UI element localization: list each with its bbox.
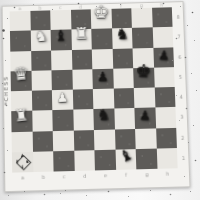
piece-white-queen[interactable]: ♛: [10, 63, 33, 85]
chess-board: ♚♞♝♜♞♟♛♟♚♟♜♞♟♟♞♝♜♝: [10, 7, 178, 172]
square-f3[interactable]: [114, 108, 135, 129]
logo-piece-icon: ♜: [15, 160, 19, 165]
square-h3[interactable]: [155, 107, 176, 128]
piece-white-rook[interactable]: ♜: [10, 105, 33, 127]
rank-label-1: 1: [178, 147, 189, 168]
file-label-c: c: [54, 173, 75, 180]
square-f1[interactable]: ♝: [115, 149, 136, 170]
square-a7[interactable]: [10, 31, 31, 51]
square-b7[interactable]: ♞: [30, 30, 51, 50]
square-c6[interactable]: [51, 50, 72, 71]
rank-label-5: 5: [175, 67, 186, 87]
rank-label-3: 3: [176, 107, 187, 128]
square-h1[interactable]: [156, 148, 177, 169]
piece-black-bishop[interactable]: ♝: [50, 25, 72, 46]
square-a2[interactable]: [12, 131, 33, 152]
piece-white-rook[interactable]: ♜: [71, 24, 92, 44]
piece-black-knight[interactable]: ♞: [112, 24, 133, 44]
file-label-f: f: [116, 171, 137, 178]
square-e2[interactable]: [94, 129, 115, 150]
square-g8[interactable]: [131, 8, 152, 28]
brand-text-chess: ®CHESS: [2, 57, 11, 127]
square-g5[interactable]: ♚: [133, 67, 154, 88]
logo-piece-icon: ♟: [20, 154, 24, 159]
file-label-e: e: [95, 172, 116, 179]
square-b6[interactable]: [31, 50, 52, 71]
square-c4[interactable]: ♟: [52, 90, 73, 111]
piece-white-pawn[interactable]: ♟: [51, 87, 73, 108]
square-d4[interactable]: [72, 89, 93, 110]
brand-logo: ♟♞♝♜: [15, 155, 29, 170]
piece-black-king[interactable]: ♚: [133, 60, 154, 81]
square-d2[interactable]: [73, 130, 94, 151]
square-b5[interactable]: [31, 70, 52, 91]
square-c7[interactable]: ♝: [51, 30, 72, 50]
chess-mat: abcdefgh ♚♞♝♜♞♟♛♟♚♟♜♞♟♟♞♝♜♝ abcdefgh 876…: [2, 1, 191, 192]
square-e3[interactable]: ♞: [93, 109, 114, 130]
square-e5[interactable]: ♟: [92, 68, 113, 89]
square-a1[interactable]: ♟♞♝♜: [12, 152, 33, 173]
registered-mark: ®: [3, 102, 8, 107]
piece-black-pawn[interactable]: ♟: [134, 105, 155, 126]
piece-white-king[interactable]: ♚: [91, 2, 112, 22]
piece-white-knight[interactable]: ♞: [30, 26, 52, 47]
square-b4[interactable]: [31, 90, 52, 111]
file-label-a: a: [12, 174, 33, 181]
square-c2[interactable]: [53, 130, 74, 151]
square-g7[interactable]: [132, 28, 153, 48]
piece-black-knight[interactable]: ♞: [93, 105, 114, 125]
square-c1[interactable]: [53, 150, 74, 171]
square-f7[interactable]: ♞: [112, 28, 133, 48]
square-f6[interactable]: [112, 48, 133, 69]
piece-black-pawn[interactable]: ♟: [92, 67, 113, 87]
logo-piece-icon: ♞: [25, 160, 29, 165]
logo-piece-icon: ♝: [20, 165, 24, 170]
rank-label-7: 7: [174, 27, 185, 47]
square-c3[interactable]: [52, 110, 73, 131]
piece-black-pawn[interactable]: ♟: [153, 45, 175, 66]
square-g2[interactable]: [135, 128, 156, 149]
square-d7[interactable]: ♜: [71, 29, 92, 49]
square-d1[interactable]: [74, 150, 95, 171]
rank-label-6: 6: [174, 47, 185, 67]
square-h8[interactable]: [152, 7, 173, 27]
file-label-b: b: [33, 174, 54, 181]
square-h2[interactable]: [156, 127, 177, 148]
rank-label-8: 8: [173, 7, 184, 27]
square-a3[interactable]: ♜: [11, 111, 32, 132]
square-d5[interactable]: [72, 69, 93, 90]
rank-label-4: 4: [176, 87, 187, 107]
square-e8[interactable]: ♚: [91, 9, 112, 29]
square-a8[interactable]: [10, 11, 31, 31]
file-label-d: d: [74, 172, 95, 179]
file-label-h: h: [157, 170, 178, 177]
square-d6[interactable]: [71, 49, 92, 70]
photo-speckles: [0, 0, 1, 1]
square-b3[interactable]: [32, 110, 53, 131]
square-h6[interactable]: ♟: [153, 47, 174, 68]
square-f4[interactable]: [113, 88, 134, 109]
square-f5[interactable]: [113, 68, 134, 89]
rank-label-2: 2: [177, 127, 188, 148]
file-label-g: g: [136, 171, 157, 178]
square-d3[interactable]: [73, 109, 94, 130]
square-e7[interactable]: [91, 29, 112, 49]
square-g3[interactable]: ♟: [134, 108, 155, 129]
square-h5[interactable]: [154, 67, 175, 88]
square-g1[interactable]: [136, 148, 157, 169]
square-h4[interactable]: [154, 87, 175, 108]
square-a5[interactable]: ♛: [11, 71, 32, 92]
square-b2[interactable]: [32, 131, 53, 152]
square-b1[interactable]: [33, 151, 54, 172]
photo-canvas: abcdefgh ♚♞♝♜♞♟♛♟♚♟♜♞♟♟♞♝♜♝ abcdefgh 876…: [0, 0, 200, 200]
